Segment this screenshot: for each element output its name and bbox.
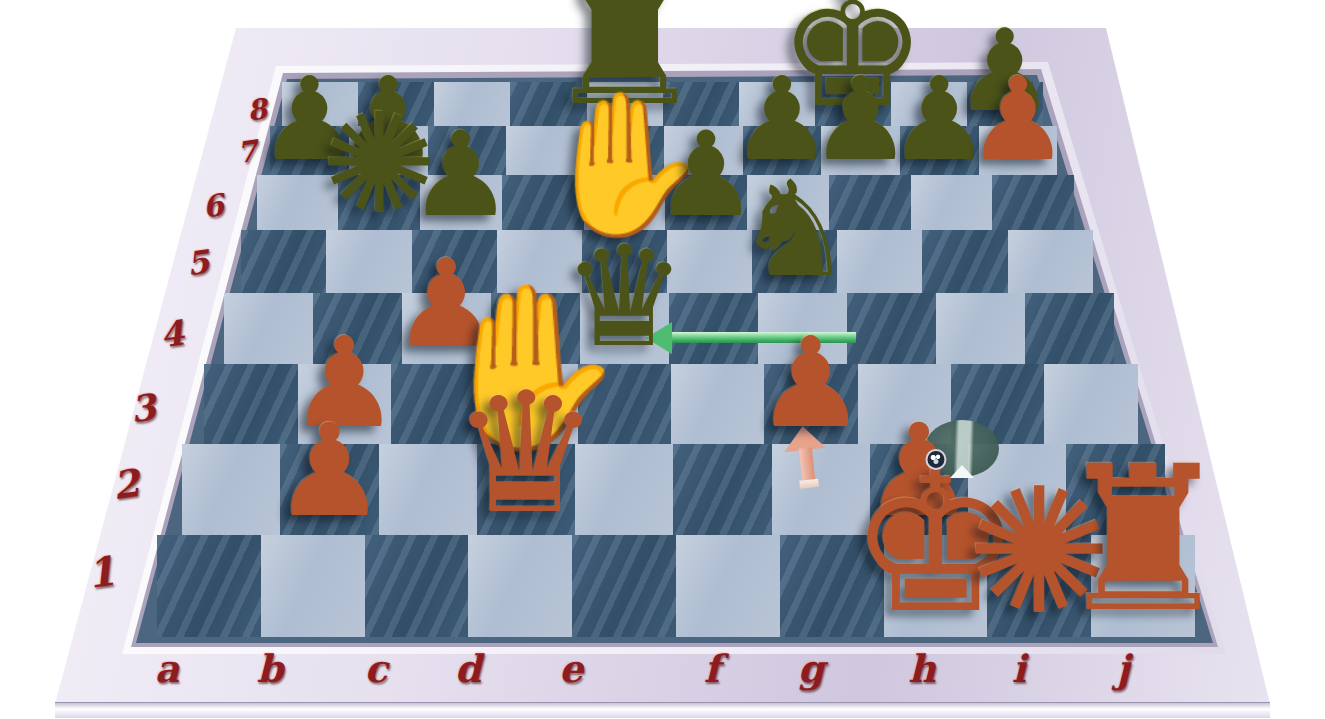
file-label-a: a <box>155 646 180 691</box>
piece-green-knight-g5[interactable]: ♞ <box>735 170 853 289</box>
square-j5[interactable] <box>1008 230 1093 293</box>
rank-label-6: 6 <box>200 187 226 225</box>
square-b2[interactable]: ♟ <box>280 444 378 535</box>
piece-red-queen-d2[interactable]: ♛ <box>451 379 600 529</box>
square-b1[interactable] <box>261 535 365 637</box>
square-i5[interactable] <box>922 230 1007 293</box>
square-d2[interactable]: ♛ <box>477 444 575 535</box>
pie-indicator-notch <box>950 465 974 478</box>
chess-3d-scene: ♜♚♟♟♟♟♟♟♟✺♟✋♟♞♟♛♟✋♟♟♛♟♚✺♜ abcdefghij8765… <box>0 0 1325 719</box>
rank-label-4: 4 <box>157 313 186 356</box>
board-front-rim <box>55 702 1270 718</box>
file-label-g: g <box>798 646 825 691</box>
piece-green-pawn-c6[interactable]: ♟ <box>409 122 514 227</box>
piece-red-rook-j1[interactable]: ♜ <box>1053 450 1233 631</box>
pawn-hint-arrow-foot <box>799 479 819 489</box>
piece-red-pawn-b2[interactable]: ♟ <box>272 414 386 529</box>
square-a1[interactable] <box>157 535 261 637</box>
file-label-b: b <box>257 646 284 691</box>
piece-red-pawn-g3[interactable]: ♟ <box>755 327 867 439</box>
square-j4[interactable] <box>1025 293 1114 364</box>
square-f1[interactable] <box>676 535 780 637</box>
square-a5[interactable] <box>241 230 326 293</box>
file-label-f: f <box>704 646 720 691</box>
square-i4[interactable] <box>936 293 1025 364</box>
file-label-d: d <box>455 646 482 691</box>
square-a2[interactable] <box>182 444 280 535</box>
square-f2[interactable] <box>673 444 771 535</box>
square-j1[interactable]: ♜ <box>1091 535 1195 637</box>
square-c6[interactable]: ♟ <box>420 175 502 231</box>
square-g5[interactable]: ♞ <box>752 230 837 293</box>
king-orb-marker <box>925 449 946 470</box>
file-label-e: e <box>559 646 583 691</box>
square-j7[interactable]: ♟ <box>979 126 1058 175</box>
rank-row-1: ♚✺♜ <box>157 535 1195 637</box>
piece-red-pawn-j7[interactable]: ♟ <box>967 68 1070 172</box>
file-label-c: c <box>364 646 387 691</box>
square-g3[interactable]: ♟ <box>764 364 857 444</box>
